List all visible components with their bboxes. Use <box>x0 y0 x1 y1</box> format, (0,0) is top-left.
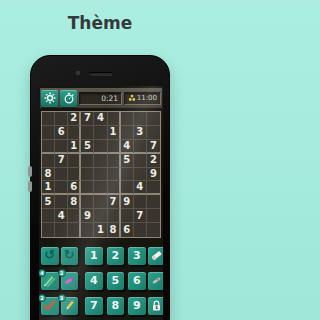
digit-5-button[interactable]: 5 <box>107 272 125 290</box>
pencil-badge: 3 <box>58 294 66 302</box>
cell-r9c2[interactable] <box>55 223 68 237</box>
undo-button[interactable]: ↺ <box>41 247 59 265</box>
cell-r7c3[interactable]: 8 <box>68 195 81 209</box>
cell-r7c6[interactable]: 7 <box>108 195 121 209</box>
cell-r3c5[interactable] <box>94 140 107 154</box>
cell-r2c6[interactable]: 1 <box>108 126 121 140</box>
front-camera <box>76 71 80 75</box>
cell-r6c9[interactable] <box>147 181 160 195</box>
cell-r3c1[interactable] <box>42 140 55 154</box>
cell-r6c2[interactable] <box>55 181 68 195</box>
cell-r6c1[interactable]: 1 <box>42 181 55 195</box>
digit-4-label: 4 <box>90 274 98 287</box>
cell-r3c7[interactable]: 4 <box>121 140 134 154</box>
digit-4-button[interactable]: 4 <box>85 272 103 290</box>
digit-3-button[interactable]: 3 <box>128 247 146 265</box>
elapsed-time-value: 0:21 <box>101 94 118 103</box>
marker-badge: 2 <box>58 269 66 277</box>
cell-r7c8[interactable] <box>134 195 147 209</box>
time-limit-value: 11:00 <box>137 94 157 102</box>
stopwatch-icon <box>63 92 75 104</box>
cell-r6c3[interactable]: 6 <box>68 181 81 195</box>
volume-up-button <box>28 166 32 177</box>
cell-r4c1[interactable] <box>42 154 55 168</box>
digit-7-button[interactable]: 7 <box>85 297 103 315</box>
check-button[interactable]: 2 <box>41 297 59 315</box>
cell-r5c7[interactable] <box>121 168 134 182</box>
undo-icon: ↺ <box>44 247 55 262</box>
cell-r1c4[interactable]: 7 <box>81 112 94 126</box>
cell-r7c4[interactable] <box>81 195 94 209</box>
toolbar: 0:21 11:00 <box>40 88 162 108</box>
cell-r1c8[interactable] <box>134 112 147 126</box>
cell-r6c6[interactable] <box>108 181 121 195</box>
digit-2-button[interactable]: 2 <box>107 247 125 265</box>
numpad: ↺ ↻ 1 2 3 4 <box>41 247 163 317</box>
cell-r4c9[interactable]: 2 <box>147 154 160 168</box>
cell-r9c7[interactable]: 6 <box>121 223 134 237</box>
cell-r7c2[interactable] <box>55 195 68 209</box>
digit-8-label: 8 <box>111 299 119 312</box>
cell-r9c6[interactable]: 8 <box>108 223 121 237</box>
cell-r2c2[interactable]: 6 <box>55 126 68 140</box>
cell-r1c9[interactable] <box>147 112 160 126</box>
redo-button[interactable]: ↻ <box>61 247 79 265</box>
digit-9-button[interactable]: 9 <box>128 297 146 315</box>
digit-2-label: 2 <box>111 249 119 262</box>
lock-button[interactable]: 1 <box>148 297 164 315</box>
cell-r4c6[interactable] <box>108 154 121 168</box>
cell-r8c3[interactable] <box>68 209 81 223</box>
cell-r8c8[interactable]: 7 <box>134 209 147 223</box>
pencil-button[interactable]: 3 <box>61 297 79 315</box>
cell-r1c3[interactable]: 2 <box>68 112 81 126</box>
cell-r6c4[interactable] <box>81 181 94 195</box>
cell-r8c1[interactable] <box>42 209 55 223</box>
cell-r3c2[interactable] <box>55 140 68 154</box>
cell-r1c6[interactable] <box>108 112 121 126</box>
cell-r1c2[interactable] <box>55 112 68 126</box>
cell-r8c7[interactable] <box>121 209 134 223</box>
digit-7-label: 7 <box>90 299 98 312</box>
cell-r5c3[interactable] <box>68 168 81 182</box>
cell-r2c1[interactable] <box>42 126 55 140</box>
pencil-icon <box>63 299 76 312</box>
redo-icon: ↻ <box>64 247 75 262</box>
cell-r1c5[interactable]: 4 <box>94 112 107 126</box>
cell-r9c4[interactable] <box>81 223 94 237</box>
cell-r6c5[interactable] <box>94 181 107 195</box>
cell-r5c2[interactable] <box>55 168 68 182</box>
checkmark-icon <box>43 299 56 312</box>
digit-9-label: 9 <box>133 299 141 312</box>
cell-r9c8[interactable] <box>134 223 147 237</box>
cell-r6c7[interactable] <box>121 181 134 195</box>
cell-r7c9[interactable] <box>147 195 160 209</box>
cell-r8c2[interactable]: 4 <box>55 209 68 223</box>
cell-r5c8[interactable] <box>134 168 147 182</box>
cell-r2c5[interactable] <box>94 126 107 140</box>
cell-r4c2[interactable]: 7 <box>55 154 68 168</box>
cell-r2c4[interactable] <box>81 126 94 140</box>
volume-down-button <box>28 181 32 192</box>
cell-r5c9[interactable]: 9 <box>147 168 160 182</box>
cell-r4c3[interactable] <box>68 154 81 168</box>
cell-r7c1[interactable]: 5 <box>42 195 55 209</box>
cell-r4c8[interactable] <box>134 154 147 168</box>
cell-r5c5[interactable] <box>94 168 107 182</box>
notes-button[interactable]: 4 <box>41 272 59 290</box>
small-eraser-icon <box>150 274 163 287</box>
lock-icon: 1 <box>150 299 163 312</box>
cell-r7c7[interactable]: 9 <box>121 195 134 209</box>
elapsed-time-display: 0:21 <box>79 92 122 105</box>
digit-6-button[interactable]: 6 <box>128 272 146 290</box>
svg-text:1: 1 <box>155 306 158 311</box>
cell-r8c4[interactable]: 9 <box>81 209 94 223</box>
digit-8-button[interactable]: 8 <box>107 297 125 315</box>
page-title: Thème <box>0 13 200 33</box>
cell-r1c7[interactable] <box>121 112 134 126</box>
eraser-icon <box>150 249 163 262</box>
cell-r2c7[interactable] <box>121 126 134 140</box>
cell-r7c5[interactable] <box>94 195 107 209</box>
digit-5-label: 5 <box>111 274 119 287</box>
cell-r3c3[interactable]: 1 <box>68 140 81 154</box>
digit-1-label: 1 <box>90 249 98 262</box>
cell-r4c7[interactable]: 5 <box>121 154 134 168</box>
cell-r8c5[interactable] <box>94 209 107 223</box>
cell-r3c8[interactable] <box>134 140 147 154</box>
app-screen: 0:21 11:00 2746131547752891645879497186 … <box>39 86 163 320</box>
time-limit-display: 11:00 <box>124 92 161 105</box>
cell-r2c9[interactable] <box>147 126 160 140</box>
cell-r5c1[interactable]: 8 <box>42 168 55 182</box>
earpiece-speaker <box>89 72 113 76</box>
marker-icon <box>63 274 76 287</box>
pen-eraser-button[interactable] <box>148 272 164 290</box>
cell-r1c1[interactable] <box>42 112 55 126</box>
cell-r8c6[interactable] <box>108 209 121 223</box>
cell-r9c1[interactable] <box>42 223 55 237</box>
cell-r3c4[interactable]: 5 <box>81 140 94 154</box>
cell-r5c6[interactable] <box>108 168 121 182</box>
phone-mockup: 0:21 11:00 2746131547752891645879497186 … <box>30 55 170 320</box>
screenshot-canvas: Thème <box>0 0 200 320</box>
eraser-button[interactable] <box>148 247 164 265</box>
sudoku-grid: 2746131547752891645879497186 <box>41 111 161 238</box>
cell-r9c9[interactable] <box>147 223 160 237</box>
cell-r8c9[interactable] <box>147 209 160 223</box>
digit-6-label: 6 <box>133 274 141 287</box>
timer-button[interactable] <box>60 90 77 107</box>
cell-r3c9[interactable]: 7 <box>147 140 160 154</box>
marker-button[interactable]: 2 <box>61 272 79 290</box>
cell-r5c4[interactable] <box>81 168 94 182</box>
digit-3-label: 3 <box>133 249 141 262</box>
trefoil-difficulty-icon <box>128 94 136 102</box>
cell-r6c8[interactable]: 4 <box>134 181 147 195</box>
cell-r2c8[interactable]: 3 <box>134 126 147 140</box>
colored-pencils-icon <box>43 274 56 287</box>
cell-r4c5[interactable] <box>94 154 107 168</box>
gear-icon <box>44 92 56 104</box>
digit-1-button[interactable]: 1 <box>85 247 103 265</box>
cell-r3c6[interactable] <box>108 140 121 154</box>
settings-button[interactable] <box>41 90 58 107</box>
cell-r4c4[interactable] <box>81 154 94 168</box>
cell-r2c3[interactable] <box>68 126 81 140</box>
cell-r9c3[interactable] <box>68 223 81 237</box>
cell-r9c5[interactable]: 1 <box>94 223 107 237</box>
